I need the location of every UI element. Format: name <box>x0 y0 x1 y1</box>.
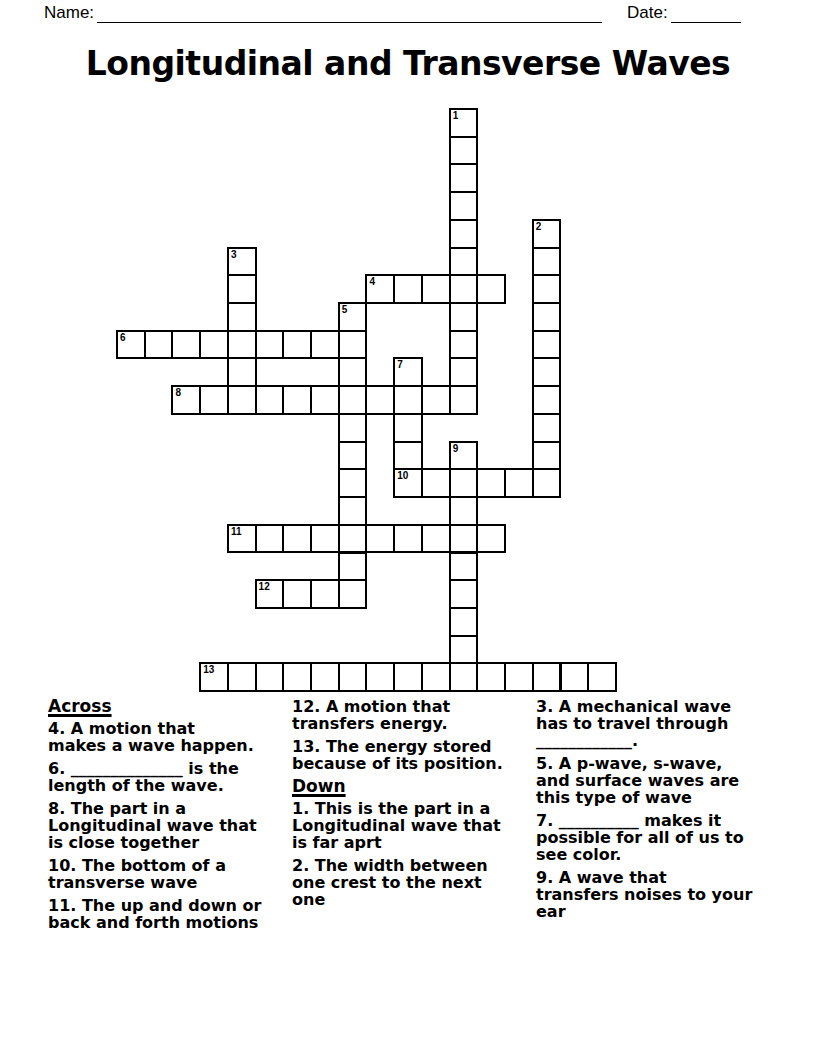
grid-cell[interactable] <box>449 579 479 609</box>
clue-column-1: Across4. A motion thatmakes a wave happe… <box>48 698 298 937</box>
grid-cell[interactable]: 8 <box>171 385 201 415</box>
grid-cell[interactable] <box>338 579 368 609</box>
grid-cell[interactable]: 6 <box>116 330 146 360</box>
grid-cell[interactable] <box>449 219 479 249</box>
clue-number: 1 <box>453 110 459 121</box>
clue-number: 8 <box>175 387 181 398</box>
grid-cell[interactable] <box>255 330 285 360</box>
grid-cell[interactable] <box>199 385 229 415</box>
grid-cell[interactable] <box>144 330 174 360</box>
grid-cell[interactable] <box>171 330 201 360</box>
clue-across-6: 6. ______________ is thelength of the wa… <box>48 760 298 794</box>
grid-cell[interactable] <box>338 330 368 360</box>
grid-cell[interactable] <box>587 662 617 692</box>
grid-cell[interactable] <box>449 302 479 332</box>
clue-number: 4 <box>369 276 375 287</box>
grid-cell[interactable] <box>338 662 368 692</box>
grid-cell[interactable] <box>449 552 479 582</box>
date-label: Date: <box>627 3 668 23</box>
grid-cell[interactable] <box>393 441 423 471</box>
grid-cell[interactable] <box>282 524 312 554</box>
clue-across-12: 12. A motion thattransfers energy. <box>292 698 537 732</box>
grid-cell[interactable]: 2 <box>532 219 562 249</box>
grid-cell[interactable] <box>365 662 395 692</box>
grid-cell[interactable] <box>227 357 257 387</box>
grid-cell[interactable] <box>310 330 340 360</box>
clue-number: 3 <box>231 249 237 260</box>
clue-down-2: 2. The width betweenone crest to the nex… <box>292 857 537 908</box>
grid-cell[interactable] <box>449 496 479 526</box>
grid-cell[interactable] <box>504 662 534 692</box>
grid-cell[interactable] <box>476 662 506 692</box>
date-write-line[interactable] <box>671 22 741 23</box>
name-label: Name: <box>44 3 94 23</box>
clue-down-7: 7. __________ makes itpossible for all o… <box>536 812 808 863</box>
grid-cell[interactable] <box>393 524 423 554</box>
grid-cell[interactable] <box>449 357 479 387</box>
clue-number: 11 <box>231 526 242 537</box>
grid-cell[interactable] <box>449 191 479 221</box>
grid-cell[interactable] <box>449 385 479 415</box>
grid-cell[interactable] <box>449 635 479 665</box>
clues-down-header: Down <box>292 778 537 795</box>
grid-cell[interactable] <box>338 468 368 498</box>
grid-cell[interactable] <box>338 552 368 582</box>
grid-cell[interactable] <box>449 163 479 193</box>
grid-cell[interactable] <box>421 274 451 304</box>
grid-cell[interactable] <box>476 468 506 498</box>
clue-number: 5 <box>342 304 348 315</box>
grid-cell[interactable] <box>449 247 479 277</box>
clue-across-4: 4. A motion thatmakes a wave happen. <box>48 720 298 754</box>
grid-cell[interactable] <box>199 330 229 360</box>
grid-cell[interactable] <box>476 274 506 304</box>
grid-cell[interactable] <box>421 468 451 498</box>
worksheet-page: Name: Date: Longitudinal and Transverse … <box>0 0 816 1056</box>
grid-cell[interactable] <box>227 274 257 304</box>
grid-cell[interactable] <box>504 468 534 498</box>
grid-cell[interactable] <box>338 413 368 443</box>
clue-number: 10 <box>397 470 408 481</box>
grid-cell[interactable] <box>532 247 562 277</box>
grid-cell[interactable] <box>365 385 395 415</box>
grid-cell[interactable] <box>476 524 506 554</box>
grid-cell[interactable]: 13 <box>199 662 229 692</box>
grid-cell[interactable] <box>393 662 423 692</box>
clue-across-13: 13. The energy storedbecause of its posi… <box>292 738 537 772</box>
grid-cell[interactable] <box>532 468 562 498</box>
grid-cell[interactable] <box>532 330 562 360</box>
clue-down-3: 3. A mechanical wavehas to travel throug… <box>536 698 808 749</box>
grid-cell[interactable] <box>365 524 395 554</box>
name-write-line[interactable] <box>97 22 602 23</box>
clue-number: 2 <box>536 221 542 232</box>
grid-cell[interactable] <box>532 413 562 443</box>
grid-cell[interactable] <box>227 302 257 332</box>
grid-cell[interactable] <box>310 579 340 609</box>
grid-cell[interactable] <box>282 385 312 415</box>
grid-cell[interactable] <box>282 662 312 692</box>
grid-cell[interactable] <box>338 496 368 526</box>
grid-cell[interactable] <box>338 524 368 554</box>
clue-across-10: 10. The bottom of atransverse wave <box>48 857 298 891</box>
clue-number: 9 <box>453 443 459 454</box>
clue-down-5: 5. A p-wave, s-wave,and surface waves ar… <box>536 755 808 806</box>
grid-cell[interactable] <box>310 385 340 415</box>
grid-cell[interactable]: 9 <box>449 441 479 471</box>
clue-down-9: 9. A wave thattransfers noises to yourea… <box>536 869 808 920</box>
clue-number: 12 <box>259 581 270 592</box>
grid-cell[interactable] <box>282 579 312 609</box>
grid-cell[interactable]: 10 <box>393 468 423 498</box>
grid-cell[interactable] <box>310 662 340 692</box>
clue-across-8: 8. The part in aLongitudinal wave thatis… <box>48 800 298 851</box>
grid-cell[interactable]: 7 <box>393 357 423 387</box>
grid-cell[interactable] <box>532 385 562 415</box>
grid-cell[interactable] <box>393 413 423 443</box>
grid-cell[interactable] <box>421 524 451 554</box>
grid-cell[interactable]: 11 <box>227 524 257 554</box>
crossword-grid: 12345678910111213 <box>117 109 618 693</box>
grid-cell[interactable] <box>532 302 562 332</box>
grid-cell[interactable] <box>310 524 340 554</box>
grid-cell[interactable] <box>393 385 423 415</box>
grid-cell[interactable] <box>338 441 368 471</box>
grid-cell[interactable] <box>449 524 479 554</box>
grid-cell[interactable] <box>255 385 285 415</box>
grid-cell[interactable] <box>449 274 479 304</box>
grid-cell[interactable] <box>449 468 479 498</box>
grid-cell[interactable]: 5 <box>338 302 368 332</box>
clue-column-3: 3. A mechanical wavehas to travel throug… <box>536 698 808 926</box>
grid-cell[interactable]: 3 <box>227 247 257 277</box>
grid-cell[interactable] <box>282 330 312 360</box>
grid-cell[interactable]: 1 <box>449 108 479 138</box>
grid-cell[interactable] <box>449 136 479 166</box>
grid-cell[interactable] <box>449 607 479 637</box>
grid-cell[interactable] <box>532 274 562 304</box>
grid-cell[interactable] <box>227 330 257 360</box>
grid-cell[interactable] <box>421 662 451 692</box>
grid-cell[interactable] <box>338 357 368 387</box>
grid-cell[interactable] <box>227 662 257 692</box>
grid-cell[interactable] <box>255 662 285 692</box>
grid-cell[interactable]: 4 <box>365 274 395 304</box>
clue-across-11: 11. The up and down orback and forth mot… <box>48 897 298 931</box>
clue-down-1: 1. This is the part in aLongitudinal wav… <box>292 800 537 851</box>
grid-cell[interactable] <box>421 385 451 415</box>
puzzle-title: Longitudinal and Transverse Waves <box>0 44 816 83</box>
grid-cell[interactable] <box>449 330 479 360</box>
clues-across-header: Across <box>48 698 298 715</box>
grid-cell[interactable] <box>560 662 590 692</box>
grid-cell[interactable]: 12 <box>255 579 285 609</box>
grid-cell[interactable] <box>227 385 257 415</box>
grid-cell[interactable] <box>532 357 562 387</box>
grid-cell[interactable] <box>532 441 562 471</box>
clue-column-2: 12. A motion thattransfers energy.13. Th… <box>292 698 537 914</box>
grid-cell[interactable] <box>449 662 479 692</box>
clue-number: 6 <box>120 332 126 343</box>
grid-cell[interactable] <box>255 524 285 554</box>
grid-cell[interactable] <box>532 662 562 692</box>
clue-number: 13 <box>203 664 214 675</box>
grid-cell[interactable] <box>338 385 368 415</box>
clue-number: 7 <box>397 359 403 370</box>
grid-cell[interactable] <box>393 274 423 304</box>
